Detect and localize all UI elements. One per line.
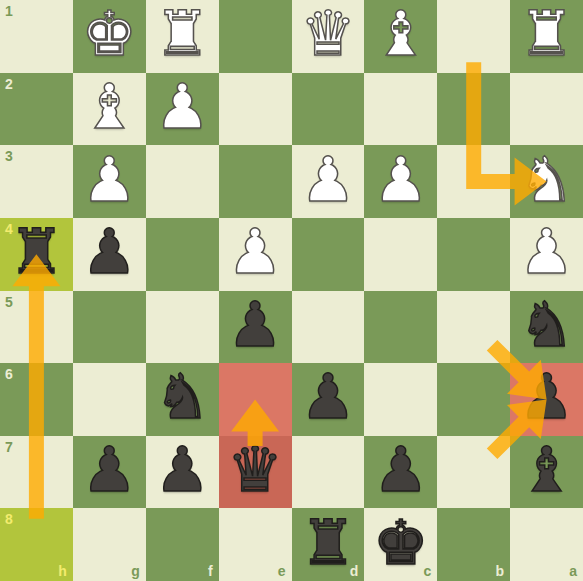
black-rook-icon-h4[interactable]: ♜ — [9, 221, 65, 283]
file-label-f: f — [208, 564, 213, 578]
square-b7[interactable] — [437, 436, 510, 509]
square-f7[interactable]: ♟ — [146, 436, 219, 509]
white-rook-icon-a1[interactable]: ♜ — [519, 3, 575, 65]
square-a8[interactable]: a — [510, 508, 583, 581]
square-f6[interactable]: ♞ — [146, 363, 219, 436]
square-d7[interactable] — [292, 436, 365, 509]
square-e1[interactable] — [219, 0, 292, 73]
square-h7[interactable]: 7 — [0, 436, 73, 509]
white-bishop-icon-g2[interactable]: ♝ — [82, 76, 138, 138]
square-b8[interactable]: b — [437, 508, 510, 581]
white-pawn-icon-c3[interactable]: ♟ — [373, 149, 429, 211]
square-g3[interactable]: ♟ — [73, 145, 146, 218]
white-queen-icon-d1[interactable]: ♛ — [300, 3, 356, 65]
black-king-icon-c8[interactable]: ♚ — [373, 512, 429, 574]
square-d4[interactable] — [292, 218, 365, 291]
square-b2[interactable] — [437, 73, 510, 146]
square-c5[interactable] — [364, 291, 437, 364]
square-d5[interactable] — [292, 291, 365, 364]
rank-label-8: 8 — [5, 512, 13, 526]
square-e7[interactable]: ♛ — [219, 436, 292, 509]
square-a7[interactable]: ♝ — [510, 436, 583, 509]
square-a3[interactable]: ♞ — [510, 145, 583, 218]
square-f1[interactable]: ♜ — [146, 0, 219, 73]
square-d6[interactable]: ♟ — [292, 363, 365, 436]
square-g5[interactable] — [73, 291, 146, 364]
square-a4[interactable]: ♟ — [510, 218, 583, 291]
square-a6[interactable]: ♟ — [510, 363, 583, 436]
white-pawn-icon-d3[interactable]: ♟ — [300, 149, 356, 211]
square-f4[interactable] — [146, 218, 219, 291]
black-pawn-icon-a6[interactable]: ♟ — [519, 366, 575, 428]
square-h6[interactable]: 6 — [0, 363, 73, 436]
square-c6[interactable] — [364, 363, 437, 436]
black-rook-icon-d8[interactable]: ♜ — [300, 512, 356, 574]
square-c8[interactable]: c♚ — [364, 508, 437, 581]
black-pawn-icon-c7[interactable]: ♟ — [373, 439, 429, 501]
file-label-e: e — [278, 564, 286, 578]
white-rook-icon-f1[interactable]: ♜ — [154, 3, 210, 65]
square-e3[interactable] — [219, 145, 292, 218]
square-c4[interactable] — [364, 218, 437, 291]
square-e5[interactable]: ♟ — [219, 291, 292, 364]
square-h8[interactable]: 8h — [0, 508, 73, 581]
file-label-a: a — [569, 564, 577, 578]
black-pawn-icon-d6[interactable]: ♟ — [300, 366, 356, 428]
white-king-icon-g1[interactable]: ♚ — [82, 3, 138, 65]
rank-label-1: 1 — [5, 4, 13, 18]
black-queen-icon-e7[interactable]: ♛ — [227, 439, 283, 501]
square-g8[interactable]: g — [73, 508, 146, 581]
square-d2[interactable] — [292, 73, 365, 146]
square-e2[interactable] — [219, 73, 292, 146]
white-pawn-icon-e4[interactable]: ♟ — [227, 221, 283, 283]
rank-label-6: 6 — [5, 367, 13, 381]
square-g4[interactable]: ♟ — [73, 218, 146, 291]
square-c1[interactable]: ♝ — [364, 0, 437, 73]
chess-board: 1♚♜♛♝♜2♝♟3♟♟♟♞4♜♟♟♟5♟♞6♞♟♟7♟♟♛♟♝8hgfed♜c… — [0, 0, 583, 581]
square-a1[interactable]: ♜ — [510, 0, 583, 73]
square-e6[interactable] — [219, 363, 292, 436]
white-pawn-icon-a4[interactable]: ♟ — [519, 221, 575, 283]
black-pawn-icon-g7[interactable]: ♟ — [82, 439, 138, 501]
square-g6[interactable] — [73, 363, 146, 436]
square-h3[interactable]: 3 — [0, 145, 73, 218]
rank-label-3: 3 — [5, 149, 13, 163]
white-pawn-icon-g3[interactable]: ♟ — [82, 149, 138, 211]
black-knight-icon-a5[interactable]: ♞ — [519, 294, 575, 356]
square-a2[interactable] — [510, 73, 583, 146]
rank-label-7: 7 — [5, 440, 13, 454]
square-b4[interactable] — [437, 218, 510, 291]
square-f3[interactable] — [146, 145, 219, 218]
square-h5[interactable]: 5 — [0, 291, 73, 364]
square-d1[interactable]: ♛ — [292, 0, 365, 73]
square-g7[interactable]: ♟ — [73, 436, 146, 509]
square-e8[interactable]: e — [219, 508, 292, 581]
square-b3[interactable] — [437, 145, 510, 218]
rank-label-5: 5 — [5, 295, 13, 309]
square-c3[interactable]: ♟ — [364, 145, 437, 218]
square-b5[interactable] — [437, 291, 510, 364]
chess-board-stage: 1♚♜♛♝♜2♝♟3♟♟♟♞4♜♟♟♟5♟♞6♞♟♟7♟♟♛♟♝8hgfed♜c… — [0, 0, 583, 581]
square-h4[interactable]: 4♜ — [0, 218, 73, 291]
square-f8[interactable]: f — [146, 508, 219, 581]
square-b6[interactable] — [437, 363, 510, 436]
black-bishop-icon-a7[interactable]: ♝ — [519, 439, 575, 501]
square-a5[interactable]: ♞ — [510, 291, 583, 364]
square-e4[interactable]: ♟ — [219, 218, 292, 291]
square-b1[interactable] — [437, 0, 510, 73]
white-bishop-icon-c1[interactable]: ♝ — [373, 3, 429, 65]
white-knight-icon-a3[interactable]: ♞ — [519, 149, 575, 211]
rank-label-2: 2 — [5, 77, 13, 91]
square-f2[interactable]: ♟ — [146, 73, 219, 146]
square-c2[interactable] — [364, 73, 437, 146]
black-knight-icon-f6[interactable]: ♞ — [154, 366, 210, 428]
black-pawn-icon-e5[interactable]: ♟ — [227, 294, 283, 356]
file-label-h: h — [58, 564, 67, 578]
file-label-b: b — [496, 564, 505, 578]
square-d8[interactable]: d♜ — [292, 508, 365, 581]
file-label-g: g — [131, 564, 140, 578]
white-pawn-icon-f2[interactable]: ♟ — [154, 76, 210, 138]
square-g2[interactable]: ♝ — [73, 73, 146, 146]
square-f5[interactable] — [146, 291, 219, 364]
square-c7[interactable]: ♟ — [364, 436, 437, 509]
black-pawn-icon-f7[interactable]: ♟ — [154, 439, 210, 501]
square-d3[interactable]: ♟ — [292, 145, 365, 218]
square-g1[interactable]: ♚ — [73, 0, 146, 73]
black-pawn-icon-g4[interactable]: ♟ — [82, 221, 138, 283]
square-h1[interactable]: 1 — [0, 0, 73, 73]
square-h2[interactable]: 2 — [0, 73, 73, 146]
